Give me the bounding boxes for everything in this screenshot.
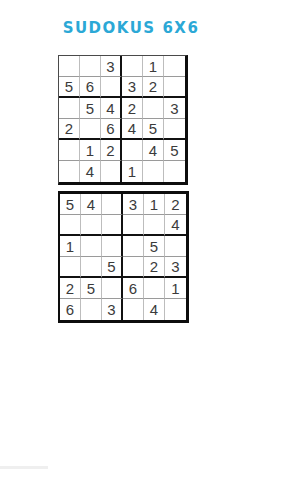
grid1-cell-r3c6: 3 — [164, 98, 185, 119]
grid1-cell-r3c2: 5 — [80, 98, 101, 119]
worksheet-page: SUDOKUS 6X6 31563254232645124541 5431241… — [0, 0, 298, 480]
grid2-cell-r3c2[interactable] — [81, 236, 102, 257]
grid2-cell-r3c6[interactable] — [165, 236, 186, 257]
grid2-cell-r1c1: 5 — [60, 194, 81, 215]
grid1-cell-r5c4[interactable] — [122, 140, 143, 161]
grid1-cell-r3c5[interactable] — [143, 98, 164, 119]
grid1-cell-r4c5: 5 — [143, 119, 164, 140]
grid2-cell-r5c6: 1 — [165, 278, 186, 299]
grid1-cell-r5c6: 5 — [164, 140, 185, 161]
grid2-cell-r1c4: 3 — [123, 194, 144, 215]
grid2-cell-r3c5: 5 — [144, 236, 165, 257]
grid1-cell-r1c1[interactable] — [59, 56, 80, 77]
grid2-cell-r5c1: 2 — [60, 278, 81, 299]
grid1-cell-r3c1[interactable] — [59, 98, 80, 119]
grid2-cell-r6c4[interactable] — [123, 299, 144, 320]
grid2-cell-r2c6: 4 — [165, 215, 186, 236]
grid2-cell-r4c6: 3 — [165, 257, 186, 278]
grid2-cell-r6c1: 6 — [60, 299, 81, 320]
grid2-cell-r2c4[interactable] — [123, 215, 144, 236]
grid1-cell-r6c3[interactable] — [101, 161, 122, 182]
grid1-cell-r5c2: 1 — [80, 140, 101, 161]
sudoku-grid-2: 543124155232561634 — [58, 191, 189, 323]
grid1-cell-r1c4[interactable] — [122, 56, 143, 77]
page-title: SUDOKUS 6X6 — [0, 19, 262, 37]
grid1-cell-r4c6[interactable] — [164, 119, 185, 140]
grid2-cell-r5c3[interactable] — [102, 278, 123, 299]
grid1-cell-r6c1[interactable] — [59, 161, 80, 182]
grid1-cell-r5c5: 4 — [143, 140, 164, 161]
grid1-cell-r6c2: 4 — [80, 161, 101, 182]
grid2-cell-r6c3: 3 — [102, 299, 123, 320]
grid1-cell-r4c3: 6 — [101, 119, 122, 140]
grid1-cell-r3c3: 4 — [101, 98, 122, 119]
grid2-cell-r5c2: 5 — [81, 278, 102, 299]
grid2-cell-r5c5[interactable] — [144, 278, 165, 299]
grid2-cell-r1c2: 4 — [81, 194, 102, 215]
grid2-cell-r6c5: 4 — [144, 299, 165, 320]
grid2-cell-r6c6[interactable] — [165, 299, 186, 320]
grid1-cell-r5c3: 2 — [101, 140, 122, 161]
grid1-cell-r3c4: 2 — [122, 98, 143, 119]
grid2-cell-r4c1[interactable] — [60, 257, 81, 278]
grid2-cell-r1c6: 2 — [165, 194, 186, 215]
grid2-cell-r5c4: 6 — [123, 278, 144, 299]
grid1-cell-r1c2[interactable] — [80, 56, 101, 77]
grid2-cell-r4c2[interactable] — [81, 257, 102, 278]
grid1-cell-r5c1[interactable] — [59, 140, 80, 161]
grid2-cell-r1c3[interactable] — [102, 194, 123, 215]
grid2-cell-r3c3[interactable] — [102, 236, 123, 257]
grid2-cell-r2c1[interactable] — [60, 215, 81, 236]
grid1-cell-r6c4: 1 — [122, 161, 143, 182]
grid1-cell-r1c3: 3 — [101, 56, 122, 77]
grid1-cell-r4c2[interactable] — [80, 119, 101, 140]
grid1-cell-r2c5: 2 — [143, 77, 164, 98]
grid2-cell-r4c4[interactable] — [123, 257, 144, 278]
grid2-cell-r2c2[interactable] — [81, 215, 102, 236]
grid1-cell-r6c6[interactable] — [164, 161, 185, 182]
grid1-cell-r6c5[interactable] — [143, 161, 164, 182]
sudoku-grid-1: 31563254232645124541 — [58, 55, 188, 185]
grid1-cell-r2c4: 3 — [122, 77, 143, 98]
grid1-cell-r1c5: 1 — [143, 56, 164, 77]
grid1-cell-r2c3[interactable] — [101, 77, 122, 98]
grid1-cell-r2c1: 5 — [59, 77, 80, 98]
grid1-cell-r4c4: 4 — [122, 119, 143, 140]
grid2-cell-r6c2[interactable] — [81, 299, 102, 320]
grid1-cell-r1c6[interactable] — [164, 56, 185, 77]
grid1-cell-r4c1: 2 — [59, 119, 80, 140]
grid2-cell-r1c5: 1 — [144, 194, 165, 215]
grid2-cell-r2c5[interactable] — [144, 215, 165, 236]
grid1-cell-r2c2: 6 — [80, 77, 101, 98]
grid2-cell-r3c1: 1 — [60, 236, 81, 257]
grid2-cell-r2c3[interactable] — [102, 215, 123, 236]
grid2-cell-r3c4[interactable] — [123, 236, 144, 257]
grid2-cell-r4c3: 5 — [102, 257, 123, 278]
grid1-cell-r2c6[interactable] — [164, 77, 185, 98]
grid2-cell-r4c5: 2 — [144, 257, 165, 278]
page-edge-artifact — [0, 466, 48, 469]
